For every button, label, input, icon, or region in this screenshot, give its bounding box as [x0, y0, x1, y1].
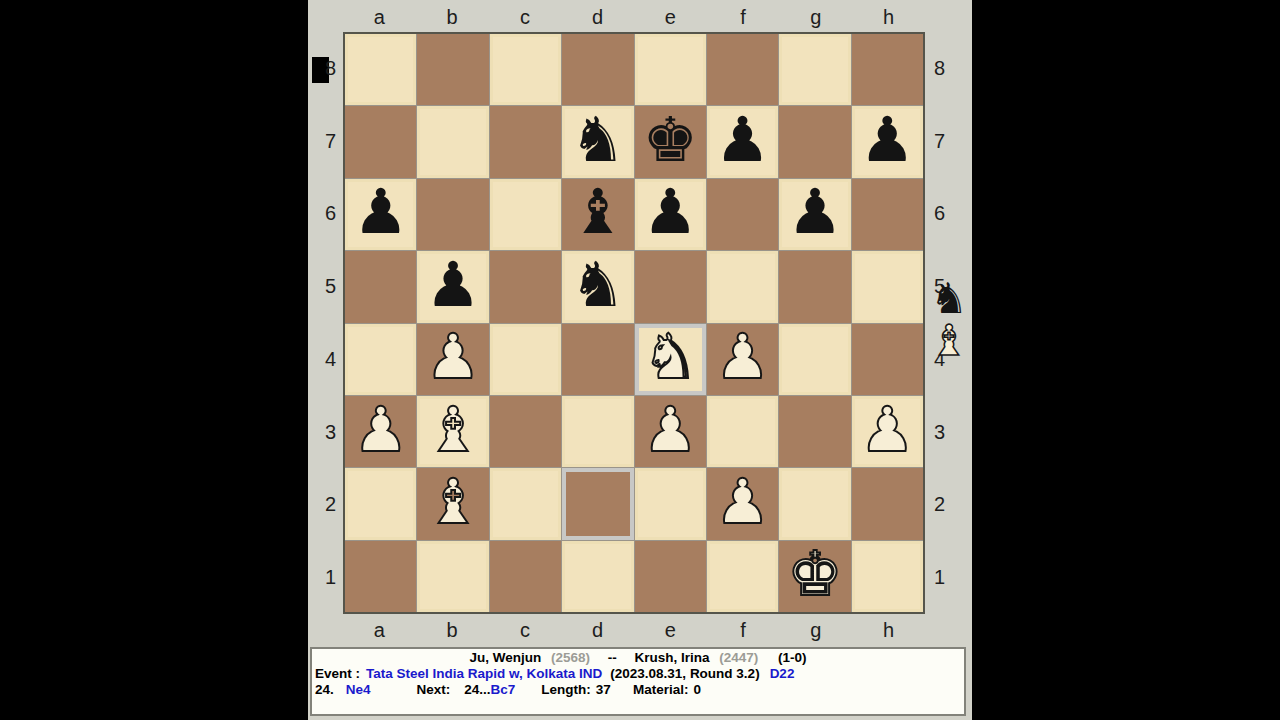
- chess-viewer: abcdefgh 87654321 ♞♚♟♟♟♝♟♟♟♞♟♞♟♟♝♟♟♝♟♚ 8…: [308, 0, 972, 720]
- square-h4[interactable]: [852, 324, 923, 395]
- piece-black-king-e7[interactable]: ♚: [642, 109, 698, 171]
- square-a2[interactable]: [345, 468, 416, 539]
- square-c2[interactable]: [490, 468, 561, 539]
- file-labels-top: abcdefgh: [343, 4, 925, 30]
- file-label-top-a: a: [343, 4, 416, 30]
- square-h8[interactable]: [852, 34, 923, 105]
- players-separator: --: [608, 650, 617, 665]
- square-b3[interactable]: ♝: [417, 396, 488, 467]
- file-label-bottom-c: c: [489, 617, 562, 643]
- piece-white-king-g1[interactable]: ♚: [787, 543, 843, 605]
- square-b8[interactable]: [417, 34, 488, 105]
- file-label-bottom-d: d: [561, 617, 634, 643]
- file-label-top-e: e: [634, 4, 707, 30]
- square-e5[interactable]: [635, 251, 706, 322]
- piece-white-pawn-b4[interactable]: ♟: [425, 326, 481, 388]
- rank-label-left-3: 3: [311, 396, 341, 469]
- rank-label-left-2: 2: [311, 469, 341, 542]
- square-h2[interactable]: [852, 468, 923, 539]
- square-d8[interactable]: [562, 34, 633, 105]
- file-label-top-c: c: [489, 4, 562, 30]
- square-h1[interactable]: [852, 541, 923, 612]
- captured-white-bishop-icon: ♝: [930, 320, 968, 362]
- piece-white-bishop-b2[interactable]: ♝: [425, 471, 481, 533]
- current-move: Ne4: [346, 682, 371, 698]
- event-details: (2023.08.31, Round 3.2): [610, 666, 759, 682]
- rank-label-right-2: 2: [928, 469, 958, 542]
- square-a8[interactable]: [345, 34, 416, 105]
- square-e1[interactable]: [635, 541, 706, 612]
- event-label: Event :: [315, 666, 360, 682]
- captured-pieces-tray: ♞♝: [926, 278, 972, 362]
- square-g4[interactable]: [779, 324, 850, 395]
- square-c7[interactable]: [490, 106, 561, 177]
- square-h7[interactable]: ♟: [852, 106, 923, 177]
- square-a3[interactable]: ♟: [345, 396, 416, 467]
- next-move: Bc7: [491, 682, 516, 698]
- file-label-top-h: h: [852, 4, 925, 30]
- square-b7[interactable]: [417, 106, 488, 177]
- game-result: (1-0): [778, 650, 807, 665]
- square-d5[interactable]: ♞: [562, 251, 633, 322]
- rank-label-right-6: 6: [928, 178, 958, 251]
- square-g3[interactable]: [779, 396, 850, 467]
- piece-white-pawn-e3[interactable]: ♟: [642, 399, 698, 461]
- square-a6[interactable]: ♟: [345, 179, 416, 250]
- square-h5[interactable]: [852, 251, 923, 322]
- file-label-top-b: b: [416, 4, 489, 30]
- length-value: 37: [596, 682, 611, 698]
- square-b5[interactable]: ♟: [417, 251, 488, 322]
- piece-black-knight-d7[interactable]: ♞: [570, 109, 626, 171]
- square-f1[interactable]: [707, 541, 778, 612]
- rank-label-right-8: 8: [928, 32, 958, 105]
- square-d3[interactable]: [562, 396, 633, 467]
- black-player-name: Krush, Irina: [635, 650, 710, 665]
- square-f7[interactable]: ♟: [707, 106, 778, 177]
- square-g8[interactable]: [779, 34, 850, 105]
- rank-labels-left: 87654321: [311, 32, 341, 614]
- square-f8[interactable]: [707, 34, 778, 105]
- square-h6[interactable]: [852, 179, 923, 250]
- length-label: Length:: [541, 682, 591, 698]
- black-player-rating: (2447): [719, 650, 758, 665]
- square-g7[interactable]: [779, 106, 850, 177]
- square-e7[interactable]: ♚: [635, 106, 706, 177]
- square-b2[interactable]: ♝: [417, 468, 488, 539]
- square-f4[interactable]: ♟: [707, 324, 778, 395]
- rank-label-left-1: 1: [311, 541, 341, 614]
- file-label-bottom-f: f: [707, 617, 780, 643]
- piece-black-pawn-a6[interactable]: ♟: [353, 181, 409, 243]
- piece-white-pawn-a3[interactable]: ♟: [353, 399, 409, 461]
- file-label-bottom-e: e: [634, 617, 707, 643]
- piece-white-pawn-f4[interactable]: ♟: [715, 326, 771, 388]
- square-h3[interactable]: ♟: [852, 396, 923, 467]
- event-name: Tata Steel India Rapid w, Kolkata IND: [366, 666, 602, 682]
- square-a1[interactable]: [345, 541, 416, 612]
- white-player-rating: (2568): [551, 650, 590, 665]
- piece-black-pawn-f7[interactable]: ♟: [715, 109, 771, 171]
- square-a7[interactable]: [345, 106, 416, 177]
- piece-black-pawn-h7[interactable]: ♟: [860, 109, 916, 171]
- square-b6[interactable]: [417, 179, 488, 250]
- square-g2[interactable]: [779, 468, 850, 539]
- file-label-bottom-g: g: [780, 617, 853, 643]
- square-e4[interactable]: ♞: [635, 324, 706, 395]
- event-line: Event : Tata Steel India Rapid w, Kolkat…: [315, 666, 961, 682]
- square-b1[interactable]: [417, 541, 488, 612]
- square-c1[interactable]: [490, 541, 561, 612]
- square-a5[interactable]: [345, 251, 416, 322]
- game-info-panel: Ju, Wenjun (2568) -- Krush, Irina (2447)…: [310, 647, 966, 716]
- square-f2[interactable]: ♟: [707, 468, 778, 539]
- rank-label-left-8: 8: [311, 32, 341, 105]
- white-player-name: Ju, Wenjun: [469, 650, 541, 665]
- square-d2[interactable]: [562, 468, 633, 539]
- eco-code: D22: [770, 666, 795, 682]
- piece-black-knight-d5[interactable]: ♞: [570, 254, 626, 316]
- piece-black-bishop-d6[interactable]: ♝: [570, 181, 626, 243]
- piece-white-bishop-b3[interactable]: ♝: [425, 399, 481, 461]
- app-window: abcdefgh 87654321 ♞♚♟♟♟♝♟♟♟♞♟♞♟♟♝♟♟♝♟♚ 8…: [0, 0, 1280, 720]
- piece-white-knight-e4[interactable]: ♞: [642, 326, 698, 388]
- piece-black-pawn-e6[interactable]: ♟: [642, 181, 698, 243]
- material-label: Material:: [633, 682, 689, 698]
- rank-label-right-1: 1: [928, 541, 958, 614]
- file-label-top-g: g: [780, 4, 853, 30]
- square-c3[interactable]: [490, 396, 561, 467]
- square-g1[interactable]: ♚: [779, 541, 850, 612]
- square-f5[interactable]: [707, 251, 778, 322]
- square-c8[interactable]: [490, 34, 561, 105]
- file-label-top-d: d: [561, 4, 634, 30]
- piece-black-pawn-g6[interactable]: ♟: [787, 181, 843, 243]
- file-label-top-f: f: [707, 4, 780, 30]
- chess-board: ♞♚♟♟♟♝♟♟♟♞♟♞♟♟♝♟♟♝♟♚: [343, 32, 925, 614]
- rank-label-left-6: 6: [311, 178, 341, 251]
- next-move-number: 24...: [464, 682, 490, 698]
- square-f3[interactable]: [707, 396, 778, 467]
- move-line: 24. Ne4 Next: 24... Bc7 Length: 37 Mater…: [315, 682, 961, 698]
- next-label: Next:: [417, 682, 451, 698]
- square-c5[interactable]: [490, 251, 561, 322]
- square-d1[interactable]: [562, 541, 633, 612]
- square-f6[interactable]: [707, 179, 778, 250]
- rank-label-left-5: 5: [311, 250, 341, 323]
- rank-label-right-7: 7: [928, 105, 958, 178]
- file-label-bottom-a: a: [343, 617, 416, 643]
- square-b4[interactable]: ♟: [417, 324, 488, 395]
- square-e6[interactable]: ♟: [635, 179, 706, 250]
- file-label-bottom-h: h: [852, 617, 925, 643]
- material-value: 0: [693, 682, 701, 698]
- square-d7[interactable]: ♞: [562, 106, 633, 177]
- piece-white-pawn-f2[interactable]: ♟: [715, 471, 771, 533]
- square-a4[interactable]: [345, 324, 416, 395]
- square-d4[interactable]: [562, 324, 633, 395]
- piece-black-pawn-b5[interactable]: ♟: [425, 254, 481, 316]
- square-d6[interactable]: ♝: [562, 179, 633, 250]
- players-line: Ju, Wenjun (2568) -- Krush, Irina (2447)…: [315, 650, 961, 666]
- rank-label-left-7: 7: [311, 105, 341, 178]
- piece-white-pawn-h3[interactable]: ♟: [860, 399, 916, 461]
- move-number: 24.: [315, 682, 334, 698]
- square-e2[interactable]: [635, 468, 706, 539]
- captured-black-knight-icon: ♞: [930, 278, 968, 320]
- file-label-bottom-b: b: [416, 617, 489, 643]
- rank-label-left-4: 4: [311, 323, 341, 396]
- square-g6[interactable]: ♟: [779, 179, 850, 250]
- rank-label-right-3: 3: [928, 396, 958, 469]
- file-labels-bottom: abcdefgh: [343, 617, 925, 643]
- square-c4[interactable]: [490, 324, 561, 395]
- square-g5[interactable]: [779, 251, 850, 322]
- square-e8[interactable]: [635, 34, 706, 105]
- square-c6[interactable]: [490, 179, 561, 250]
- square-e3[interactable]: ♟: [635, 396, 706, 467]
